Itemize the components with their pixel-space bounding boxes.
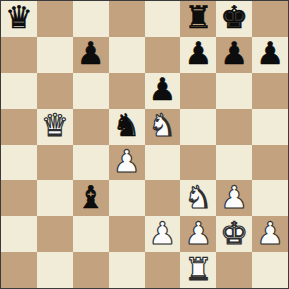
piece-black-rook[interactable]: ♜	[184, 2, 212, 33]
square-a1[interactable]	[1, 252, 37, 288]
piece-white-rook[interactable]: ♜	[184, 254, 212, 285]
square-a3[interactable]	[1, 180, 37, 216]
piece-black-pawn[interactable]: ♟	[220, 38, 248, 69]
piece-black-bishop[interactable]: ♝	[77, 182, 105, 213]
square-e5[interactable]: ♞	[145, 109, 181, 145]
square-d7[interactable]	[109, 37, 145, 73]
piece-white-king[interactable]: ♚	[220, 218, 248, 249]
piece-white-queen[interactable]: ♛	[41, 110, 69, 141]
square-h4[interactable]	[252, 145, 288, 181]
square-c5[interactable]	[73, 109, 109, 145]
square-e3[interactable]	[145, 180, 181, 216]
square-d3[interactable]	[109, 180, 145, 216]
square-b1[interactable]	[37, 252, 73, 288]
square-e4[interactable]	[145, 145, 181, 181]
square-a2[interactable]	[1, 216, 37, 252]
piece-white-pawn[interactable]: ♟	[113, 146, 141, 177]
square-d6[interactable]	[109, 73, 145, 109]
square-d5[interactable]: ♞	[109, 109, 145, 145]
piece-black-pawn[interactable]: ♟	[256, 38, 284, 69]
square-h1[interactable]	[252, 252, 288, 288]
square-b5[interactable]: ♛	[37, 109, 73, 145]
square-b7[interactable]	[37, 37, 73, 73]
square-b3[interactable]	[37, 180, 73, 216]
square-h8[interactable]	[252, 1, 288, 37]
square-g7[interactable]: ♟	[216, 37, 252, 73]
square-b2[interactable]	[37, 216, 73, 252]
square-h6[interactable]	[252, 73, 288, 109]
square-e2[interactable]: ♟	[145, 216, 181, 252]
square-d4[interactable]: ♟	[109, 145, 145, 181]
piece-white-pawn[interactable]: ♟	[220, 182, 248, 213]
square-f1[interactable]: ♜	[180, 252, 216, 288]
square-c4[interactable]	[73, 145, 109, 181]
square-g1[interactable]	[216, 252, 252, 288]
square-e7[interactable]	[145, 37, 181, 73]
square-f7[interactable]: ♟	[180, 37, 216, 73]
square-h5[interactable]	[252, 109, 288, 145]
chess-board-container: ♛♜♚♟♟♟♟♟♛♞♞♟♝♞♟♟♟♚♟♜	[0, 0, 289, 289]
piece-black-knight[interactable]: ♞	[113, 110, 141, 141]
square-b6[interactable]	[37, 73, 73, 109]
piece-white-knight[interactable]: ♞	[184, 182, 212, 213]
chess-board: ♛♜♚♟♟♟♟♟♛♞♞♟♝♞♟♟♟♚♟♜	[0, 0, 289, 289]
square-f5[interactable]	[180, 109, 216, 145]
square-d2[interactable]	[109, 216, 145, 252]
piece-black-king[interactable]: ♚	[220, 2, 248, 33]
square-g4[interactable]	[216, 145, 252, 181]
square-g8[interactable]: ♚	[216, 1, 252, 37]
square-f3[interactable]: ♞	[180, 180, 216, 216]
piece-black-queen[interactable]: ♛	[5, 2, 33, 33]
square-g3[interactable]: ♟	[216, 180, 252, 216]
square-d1[interactable]	[109, 252, 145, 288]
square-c7[interactable]: ♟	[73, 37, 109, 73]
piece-black-pawn[interactable]: ♟	[184, 38, 212, 69]
square-f4[interactable]	[180, 145, 216, 181]
square-f6[interactable]	[180, 73, 216, 109]
piece-white-knight[interactable]: ♞	[149, 110, 177, 141]
square-c2[interactable]	[73, 216, 109, 252]
square-c3[interactable]: ♝	[73, 180, 109, 216]
square-a8[interactable]: ♛	[1, 1, 37, 37]
square-c6[interactable]	[73, 73, 109, 109]
square-c8[interactable]	[73, 1, 109, 37]
piece-black-pawn[interactable]: ♟	[77, 38, 105, 69]
square-e1[interactable]	[145, 252, 181, 288]
square-f2[interactable]: ♟	[180, 216, 216, 252]
square-a7[interactable]	[1, 37, 37, 73]
square-e8[interactable]	[145, 1, 181, 37]
square-f8[interactable]: ♜	[180, 1, 216, 37]
square-h2[interactable]: ♟	[252, 216, 288, 252]
square-b4[interactable]	[37, 145, 73, 181]
piece-white-pawn[interactable]: ♟	[256, 218, 284, 249]
square-g6[interactable]	[216, 73, 252, 109]
square-h7[interactable]: ♟	[252, 37, 288, 73]
piece-white-pawn[interactable]: ♟	[149, 218, 177, 249]
square-g5[interactable]	[216, 109, 252, 145]
piece-black-pawn[interactable]: ♟	[149, 74, 177, 105]
square-e6[interactable]: ♟	[145, 73, 181, 109]
square-h3[interactable]	[252, 180, 288, 216]
square-c1[interactable]	[73, 252, 109, 288]
square-a5[interactable]	[1, 109, 37, 145]
square-a4[interactable]	[1, 145, 37, 181]
square-a6[interactable]	[1, 73, 37, 109]
square-d8[interactable]	[109, 1, 145, 37]
piece-white-pawn[interactable]: ♟	[184, 218, 212, 249]
square-b8[interactable]	[37, 1, 73, 37]
square-g2[interactable]: ♚	[216, 216, 252, 252]
